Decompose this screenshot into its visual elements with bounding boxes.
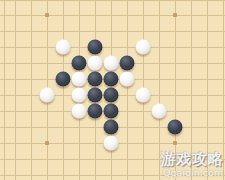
stone-black — [56, 72, 71, 87]
stone-white — [72, 72, 87, 87]
grid-line-horizontal — [0, 47, 225, 48]
grid-line-vertical — [159, 0, 160, 180]
grid-line-vertical — [31, 0, 32, 180]
star-point — [173, 141, 177, 145]
stone-black — [168, 120, 183, 135]
stone-black — [88, 40, 103, 55]
grid-line-horizontal — [0, 159, 225, 160]
stone-white — [136, 88, 151, 103]
stone-white — [56, 40, 71, 55]
stone-black — [104, 104, 119, 119]
star-point — [173, 13, 177, 17]
grid-line-horizontal — [0, 31, 225, 32]
stone-white — [136, 40, 151, 55]
stone-black — [88, 88, 103, 103]
stone-white — [88, 56, 103, 71]
stone-white — [104, 56, 119, 71]
gomoku-screenshot: 游戏攻略 Qqaiqin.com — [0, 0, 225, 180]
grid-line-vertical-edge — [4, 0, 5, 180]
stone-black — [104, 88, 119, 103]
grid-line-vertical — [207, 0, 208, 180]
stone-white — [72, 104, 87, 119]
stone-white — [40, 88, 55, 103]
grid-line-horizontal — [0, 175, 225, 176]
grid-line-vertical — [191, 0, 192, 180]
stone-white — [104, 136, 119, 151]
grid-line-vertical — [127, 0, 128, 180]
stone-black — [104, 120, 119, 135]
star-point — [45, 13, 49, 17]
stone-white — [72, 88, 87, 103]
stone-black — [120, 56, 135, 71]
grid-line-horizontal-edge — [0, 0, 225, 1]
grid-line-vertical — [15, 0, 16, 180]
stone-black — [88, 72, 103, 87]
grid-line-vertical — [175, 0, 176, 180]
stone-white — [152, 104, 167, 119]
stone-black — [104, 72, 119, 87]
grid-line-horizontal — [0, 15, 225, 16]
stone-white — [120, 72, 135, 87]
gomoku-board[interactable] — [0, 0, 225, 180]
stone-black — [72, 56, 87, 71]
grid-line-vertical — [223, 0, 224, 180]
grid-line-vertical — [63, 0, 64, 180]
stone-black — [88, 104, 103, 119]
star-point — [45, 141, 49, 145]
